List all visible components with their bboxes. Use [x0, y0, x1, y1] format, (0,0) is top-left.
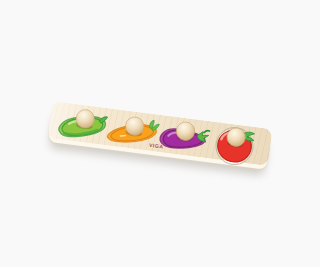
puzzle-piece-eggplant	[157, 115, 213, 158]
wooden-knob	[175, 121, 196, 142]
product-photo: VIGA	[0, 0, 320, 267]
wooden-knob	[75, 109, 96, 130]
puzzle-board: VIGA	[48, 101, 273, 166]
puzzle-piece-tomato	[207, 122, 263, 165]
wooden-knob	[124, 116, 145, 137]
eggplant-stem	[204, 130, 210, 133]
puzzle-piece-green-pepper	[56, 102, 112, 145]
